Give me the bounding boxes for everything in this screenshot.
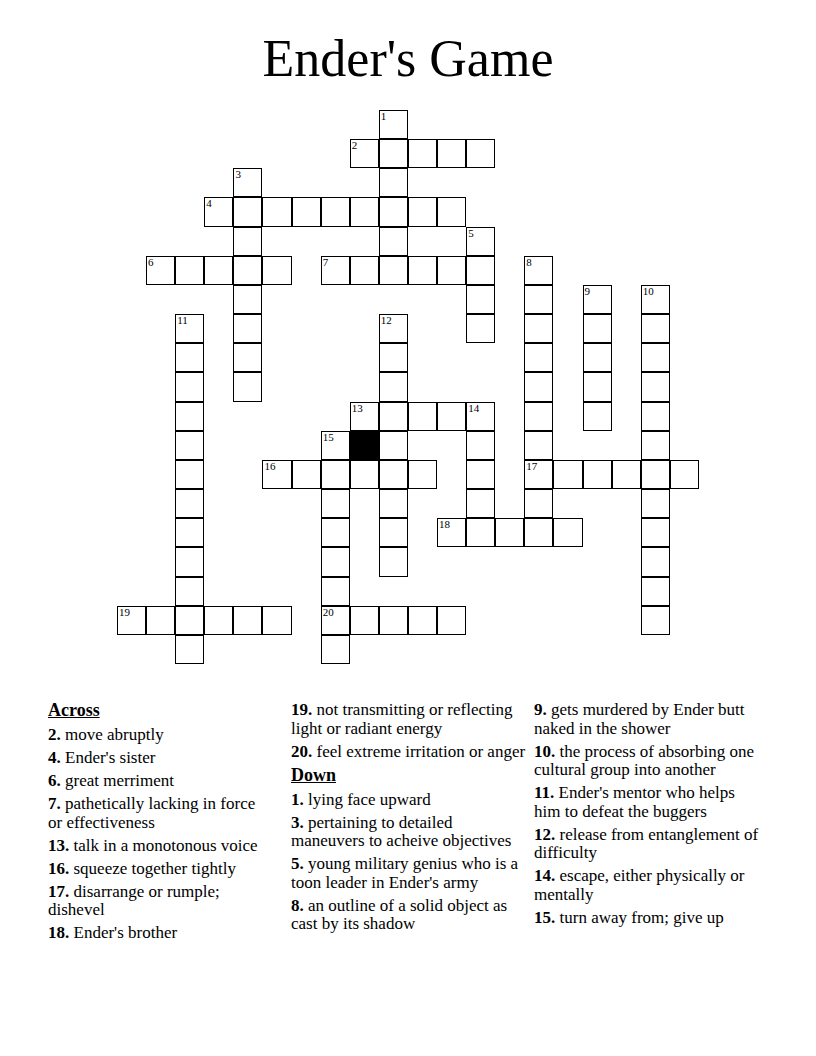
grid-cell[interactable]	[175, 460, 204, 489]
clue-number: 3	[235, 169, 241, 180]
clue-down-9: 9. gets murdered by Ender butt naked in …	[534, 701, 765, 738]
clue-number: 13	[352, 403, 363, 414]
grid-cell[interactable]	[379, 460, 408, 489]
grid-cell[interactable]	[350, 197, 379, 226]
grid-cell[interactable]	[641, 402, 670, 431]
grid-cell[interactable]	[466, 256, 495, 285]
grid-cell[interactable]	[466, 489, 495, 518]
clues-column-1: Across2. move abruptly4. Ender's sister6…	[48, 701, 262, 947]
grid-cell[interactable]	[175, 547, 204, 576]
grid-cell[interactable]	[408, 197, 437, 226]
clue-label: 6.	[48, 771, 61, 790]
grid-cell[interactable]	[466, 139, 495, 168]
grid-cell[interactable]	[321, 197, 350, 226]
grid-cell[interactable]	[379, 197, 408, 226]
grid-cell[interactable]	[175, 431, 204, 460]
black-cell	[350, 431, 379, 460]
clue-label: 13.	[48, 836, 69, 855]
grid-cell[interactable]: 17	[524, 460, 553, 489]
grid-cell[interactable]	[321, 547, 350, 576]
grid-cell[interactable]	[379, 139, 408, 168]
grid-cell[interactable]	[583, 343, 612, 372]
grid-cell[interactable]	[262, 197, 291, 226]
grid-cell[interactable]	[350, 256, 379, 285]
grid-cell[interactable]	[204, 256, 233, 285]
clue-down-14: 14. escape, either physically or mentall…	[534, 867, 765, 904]
clue-down-11: 11. Ender's mentor who helps him to defe…	[534, 784, 765, 821]
grid-cell[interactable]	[321, 460, 350, 489]
grid-cell[interactable]	[641, 343, 670, 372]
grid-cell[interactable]	[262, 606, 291, 635]
clue-label: 20.	[291, 742, 312, 761]
clue-number: 1	[381, 111, 387, 122]
clue-label: 9.	[534, 700, 547, 719]
grid-cell[interactable]	[379, 402, 408, 431]
clue-label: 19.	[291, 700, 312, 719]
grid-cell[interactable]: 15	[321, 431, 350, 460]
grid-cell[interactable]: 4	[204, 197, 233, 226]
grid-cell[interactable]	[641, 489, 670, 518]
clue-down-10: 10. the process of absorbing one cultura…	[534, 743, 765, 780]
grid-cell[interactable]	[175, 402, 204, 431]
clue-number: 19	[119, 607, 130, 618]
clue-across-20: 20. feel extreme irritation or anger	[291, 743, 529, 762]
grid-cell[interactable]	[524, 285, 553, 314]
grid-cell[interactable]	[175, 489, 204, 518]
grid-cell[interactable]: 12	[379, 314, 408, 343]
clue-label: 1.	[291, 790, 304, 809]
grid-cell[interactable]: 19	[117, 606, 146, 635]
clue-number: 8	[526, 257, 532, 268]
grid-cell[interactable]	[146, 606, 175, 635]
grid-cell[interactable]: 6	[146, 256, 175, 285]
grid-cell[interactable]	[524, 402, 553, 431]
clue-number: 18	[439, 519, 450, 530]
clue-label: 17.	[48, 882, 69, 901]
grid-cell[interactable]	[204, 606, 233, 635]
grid-cell[interactable]: 10	[641, 285, 670, 314]
clue-label: 12.	[534, 825, 555, 844]
clue-label: 3.	[291, 813, 304, 832]
page-title: Ender's Game	[0, 31, 816, 87]
grid-cell[interactable]: 14	[466, 402, 495, 431]
grid-cell[interactable]	[495, 518, 524, 547]
grid-cell[interactable]: 16	[262, 460, 291, 489]
clue-across-4: 4. Ender's sister	[48, 749, 262, 768]
grid-cell[interactable]: 1	[379, 110, 408, 139]
clue-down-5: 5. young military genius who is a toon l…	[291, 855, 529, 892]
clue-label: 18.	[48, 923, 69, 942]
grid-cell[interactable]	[321, 489, 350, 518]
grid-cell[interactable]	[233, 343, 262, 372]
clue-label: 2.	[48, 725, 61, 744]
grid-cell[interactable]	[524, 314, 553, 343]
clue-label: 10.	[534, 742, 555, 761]
grid-cell[interactable]: 11	[175, 314, 204, 343]
grid-cell[interactable]	[175, 635, 204, 664]
grid-cell[interactable]	[641, 518, 670, 547]
grid-cell[interactable]	[350, 460, 379, 489]
clues-column-2: 19. not transmitting or reflecting light…	[291, 701, 529, 938]
grid-cell[interactable]	[233, 256, 262, 285]
clues-column-3: 9. gets murdered by Ender butt naked in …	[534, 701, 765, 932]
grid-cell[interactable]	[379, 372, 408, 401]
clue-number: 10	[643, 286, 654, 297]
grid-cell[interactable]	[233, 227, 262, 256]
grid-cell[interactable]: 20	[321, 606, 350, 635]
grid-cell[interactable]	[408, 460, 437, 489]
grid-cell[interactable]	[641, 606, 670, 635]
grid-cell[interactable]	[437, 139, 466, 168]
grid-cell[interactable]	[641, 431, 670, 460]
clue-number: 20	[323, 607, 334, 618]
grid-cell[interactable]	[233, 606, 262, 635]
clue-label: 16.	[48, 859, 69, 878]
grid-cell[interactable]	[466, 431, 495, 460]
grid-cell[interactable]: 2	[350, 139, 379, 168]
grid-cell[interactable]	[233, 197, 262, 226]
clue-down-1: 1. lying face upward	[291, 791, 529, 810]
grid-cell[interactable]	[583, 314, 612, 343]
grid-cell[interactable]	[379, 489, 408, 518]
grid-cell[interactable]: 3	[233, 168, 262, 197]
grid-cell[interactable]: 5	[466, 227, 495, 256]
clue-down-8: 8. an outline of a solid object as cast …	[291, 897, 529, 934]
clue-number: 17	[526, 461, 537, 472]
grid-cell[interactable]	[233, 372, 262, 401]
clue-number: 15	[323, 432, 334, 443]
grid-cell[interactable]: 13	[350, 402, 379, 431]
grid-cell[interactable]	[524, 343, 553, 372]
grid-cell[interactable]	[437, 402, 466, 431]
grid-cell[interactable]	[583, 460, 612, 489]
grid-cell[interactable]	[437, 606, 466, 635]
grid-cell[interactable]	[408, 139, 437, 168]
grid-cell[interactable]	[466, 518, 495, 547]
clue-label: 7.	[48, 794, 61, 813]
grid-cell[interactable]	[175, 577, 204, 606]
clue-number: 16	[264, 461, 275, 472]
clue-label: 14.	[534, 866, 555, 885]
grid-cell[interactable]	[437, 197, 466, 226]
grid-cell[interactable]: 7	[321, 256, 350, 285]
grid-cell[interactable]: 18	[437, 518, 466, 547]
grid-cell[interactable]	[524, 431, 553, 460]
clue-across-18: 18. Ender's brother	[48, 924, 262, 943]
clue-down-12: 12. release from entanglement of difficu…	[534, 826, 765, 863]
grid-cell[interactable]	[175, 256, 204, 285]
grid-cell[interactable]	[641, 577, 670, 606]
grid-cell[interactable]	[641, 547, 670, 576]
grid-cell[interactable]	[379, 227, 408, 256]
clue-label: 5.	[291, 854, 304, 873]
grid-cell[interactable]	[553, 460, 582, 489]
grid-cell[interactable]	[408, 402, 437, 431]
grid-cell[interactable]	[641, 460, 670, 489]
clue-label: 4.	[48, 748, 61, 767]
clue-label: 8.	[291, 896, 304, 915]
grid-cell[interactable]	[175, 372, 204, 401]
clue-number: 7	[323, 257, 329, 268]
clue-across-13: 13. talk in a monotonous voice	[48, 837, 262, 856]
grid-cell[interactable]	[379, 606, 408, 635]
grid-cell[interactable]	[379, 547, 408, 576]
grid-cell[interactable]	[262, 256, 291, 285]
grid-cell[interactable]	[175, 518, 204, 547]
grid-cell[interactable]: 9	[583, 285, 612, 314]
clue-number: 4	[206, 198, 212, 209]
clue-number: 2	[352, 140, 358, 151]
clue-down-15: 15. turn away from; give up	[534, 909, 765, 928]
grid-cell[interactable]	[437, 256, 466, 285]
grid-cell[interactable]	[321, 518, 350, 547]
clue-number: 14	[468, 403, 479, 414]
clue-label: 15.	[534, 908, 555, 927]
clues-across-header: Across	[48, 701, 262, 720]
grid-cell[interactable]	[641, 372, 670, 401]
grid-cell[interactable]	[583, 402, 612, 431]
grid-cell[interactable]	[641, 314, 670, 343]
grid-cell[interactable]	[524, 518, 553, 547]
grid-cell[interactable]	[379, 168, 408, 197]
grid-cell[interactable]	[379, 256, 408, 285]
grid-cell[interactable]	[466, 460, 495, 489]
grid-cell[interactable]	[175, 606, 204, 635]
clue-number: 5	[468, 228, 474, 239]
grid-cell[interactable]	[233, 285, 262, 314]
grid-cell[interactable]	[379, 343, 408, 372]
clue-across-17: 17. disarrange or rumple; dishevel	[48, 883, 262, 920]
grid-cell[interactable]	[583, 372, 612, 401]
grid-cell[interactable]	[466, 314, 495, 343]
grid-cell[interactable]	[379, 518, 408, 547]
clue-number: 6	[148, 257, 154, 268]
clue-number: 9	[585, 286, 591, 297]
grid-cell[interactable]	[553, 518, 582, 547]
grid-cell[interactable]: 8	[524, 256, 553, 285]
grid-cell[interactable]	[524, 489, 553, 518]
grid-cell[interactable]	[466, 285, 495, 314]
grid-cell[interactable]	[321, 635, 350, 664]
clue-across-19: 19. not transmitting or reflecting light…	[291, 701, 529, 738]
grid-cell[interactable]	[524, 372, 553, 401]
grid-cell[interactable]	[350, 606, 379, 635]
clue-across-2: 2. move abruptly	[48, 726, 262, 745]
clue-across-6: 6. great merriment	[48, 772, 262, 791]
grid-cell[interactable]	[292, 460, 321, 489]
clue-down-3: 3. pertaining to detailed maneuvers to a…	[291, 814, 529, 851]
crossword-grid: 1234567891011121314151617181920	[117, 110, 699, 664]
clue-label: 11.	[534, 783, 554, 802]
grid-cell[interactable]	[233, 314, 262, 343]
clue-number: 11	[177, 315, 188, 326]
grid-cell[interactable]	[408, 256, 437, 285]
grid-cell[interactable]	[292, 197, 321, 226]
clue-across-7: 7. pathetically lacking in force or effe…	[48, 795, 262, 832]
grid-cell[interactable]	[408, 606, 437, 635]
grid-cell[interactable]	[379, 431, 408, 460]
clues-down-header: Down	[291, 766, 529, 785]
clue-across-16: 16. squeeze together tightly	[48, 860, 262, 879]
grid-cell[interactable]	[321, 577, 350, 606]
grid-cell[interactable]	[175, 343, 204, 372]
grid-cell[interactable]	[670, 460, 699, 489]
grid-cell[interactable]	[612, 460, 641, 489]
clue-number: 12	[381, 315, 392, 326]
